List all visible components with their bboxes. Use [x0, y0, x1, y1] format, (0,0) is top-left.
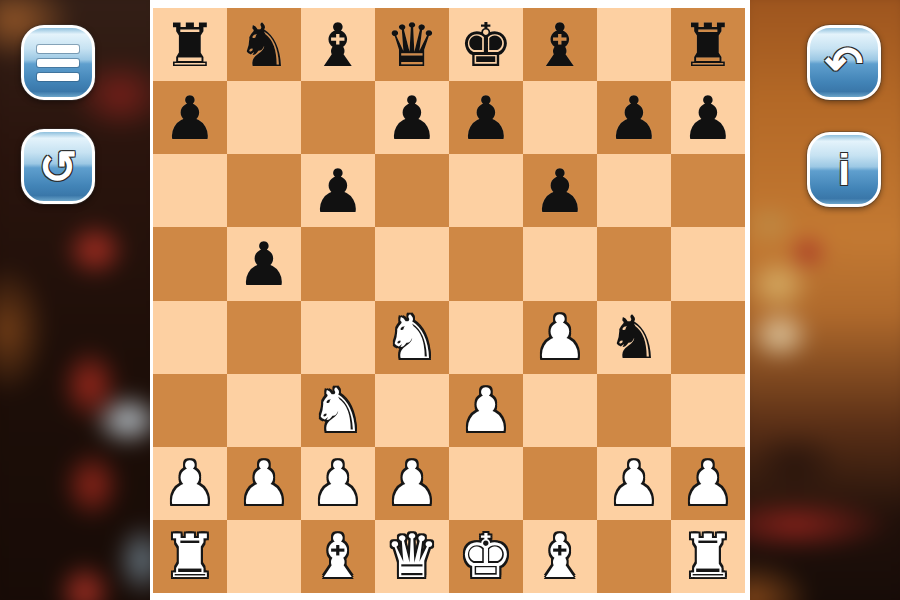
square-h3[interactable]: [671, 374, 745, 447]
piece-wp[interactable]: ♟: [533, 307, 587, 367]
square-h7[interactable]: ♟: [671, 81, 745, 154]
piece-bp[interactable]: ♟: [607, 88, 661, 148]
square-e8[interactable]: ♚: [449, 8, 523, 81]
square-d6[interactable]: [375, 154, 449, 227]
square-b8[interactable]: ♞: [227, 8, 301, 81]
piece-wq[interactable]: ♛: [385, 526, 439, 586]
square-a4[interactable]: [153, 301, 227, 374]
square-a6[interactable]: [153, 154, 227, 227]
app-window: ♜♞♝♛♚♝♜♟♟♟♟♟♟♟♟♞♟♞♞♟♟♟♟♟♟♟♜♝♛♚♝♜ ↺ ↶ i: [0, 0, 900, 600]
square-b1[interactable]: [227, 520, 301, 593]
piece-wr[interactable]: ♜: [681, 526, 735, 586]
piece-wn[interactable]: ♞: [311, 380, 365, 440]
piece-wp[interactable]: ♟: [385, 453, 439, 513]
square-f7[interactable]: [523, 81, 597, 154]
square-f2[interactable]: [523, 447, 597, 520]
square-c8[interactable]: ♝: [301, 8, 375, 81]
piece-bp[interactable]: ♟: [311, 161, 365, 221]
board-panel: ♜♞♝♛♚♝♜♟♟♟♟♟♟♟♟♞♟♞♞♟♟♟♟♟♟♟♜♝♛♚♝♜: [150, 0, 750, 600]
piece-wn[interactable]: ♞: [385, 307, 439, 367]
piece-bp[interactable]: ♟: [681, 88, 735, 148]
piece-bn[interactable]: ♞: [237, 15, 291, 75]
square-c3[interactable]: ♞: [301, 374, 375, 447]
square-e2[interactable]: [449, 447, 523, 520]
info-button[interactable]: i: [807, 132, 881, 207]
square-d2[interactable]: ♟: [375, 447, 449, 520]
square-f8[interactable]: ♝: [523, 8, 597, 81]
piece-wp[interactable]: ♟: [607, 453, 661, 513]
square-a1[interactable]: ♜: [153, 520, 227, 593]
square-f6[interactable]: ♟: [523, 154, 597, 227]
square-f1[interactable]: ♝: [523, 520, 597, 593]
chess-board: ♜♞♝♛♚♝♜♟♟♟♟♟♟♟♟♞♟♞♞♟♟♟♟♟♟♟♜♝♛♚♝♜: [153, 8, 745, 593]
square-g3[interactable]: [597, 374, 671, 447]
piece-bk[interactable]: ♚: [459, 15, 513, 75]
square-g4[interactable]: ♞: [597, 301, 671, 374]
info-icon: i: [838, 148, 850, 192]
square-d8[interactable]: ♛: [375, 8, 449, 81]
square-d3[interactable]: [375, 374, 449, 447]
square-h2[interactable]: ♟: [671, 447, 745, 520]
square-c6[interactable]: ♟: [301, 154, 375, 227]
square-c1[interactable]: ♝: [301, 520, 375, 593]
square-h5[interactable]: [671, 227, 745, 300]
square-d1[interactable]: ♛: [375, 520, 449, 593]
piece-wp[interactable]: ♟: [311, 453, 365, 513]
piece-br[interactable]: ♜: [163, 15, 217, 75]
square-a3[interactable]: [153, 374, 227, 447]
piece-wp[interactable]: ♟: [459, 380, 513, 440]
square-a2[interactable]: ♟: [153, 447, 227, 520]
square-h6[interactable]: [671, 154, 745, 227]
square-b4[interactable]: [227, 301, 301, 374]
square-g8[interactable]: [597, 8, 671, 81]
square-e1[interactable]: ♚: [449, 520, 523, 593]
piece-wp[interactable]: ♟: [681, 453, 735, 513]
square-e7[interactable]: ♟: [449, 81, 523, 154]
piece-bp[interactable]: ♟: [459, 88, 513, 148]
undo-icon: ↶: [825, 40, 864, 86]
piece-wb[interactable]: ♝: [311, 526, 365, 586]
piece-bp[interactable]: ♟: [163, 88, 217, 148]
square-g5[interactable]: [597, 227, 671, 300]
restart-icon: ↺: [39, 144, 78, 190]
square-h4[interactable]: [671, 301, 745, 374]
menu-button[interactable]: [21, 25, 95, 100]
square-d4[interactable]: ♞: [375, 301, 449, 374]
piece-wb[interactable]: ♝: [533, 526, 587, 586]
square-g7[interactable]: ♟: [597, 81, 671, 154]
hamburger-menu-icon: [37, 45, 79, 81]
square-a7[interactable]: ♟: [153, 81, 227, 154]
square-b7[interactable]: [227, 81, 301, 154]
square-d5[interactable]: [375, 227, 449, 300]
piece-bp[interactable]: ♟: [533, 161, 587, 221]
piece-bp[interactable]: ♟: [385, 88, 439, 148]
square-e6[interactable]: [449, 154, 523, 227]
piece-bn[interactable]: ♞: [607, 307, 661, 367]
square-a5[interactable]: [153, 227, 227, 300]
square-f3[interactable]: [523, 374, 597, 447]
square-c4[interactable]: [301, 301, 375, 374]
square-f4[interactable]: ♟: [523, 301, 597, 374]
square-h8[interactable]: ♜: [671, 8, 745, 81]
square-c5[interactable]: [301, 227, 375, 300]
undo-button[interactable]: ↶: [807, 25, 881, 100]
square-c2[interactable]: ♟: [301, 447, 375, 520]
piece-bq[interactable]: ♛: [385, 15, 439, 75]
piece-wp[interactable]: ♟: [237, 453, 291, 513]
restart-button[interactable]: ↺: [21, 129, 95, 204]
square-f5[interactable]: [523, 227, 597, 300]
piece-bp[interactable]: ♟: [237, 234, 291, 294]
piece-bb[interactable]: ♝: [533, 15, 587, 75]
square-b5[interactable]: ♟: [227, 227, 301, 300]
square-g1[interactable]: [597, 520, 671, 593]
piece-bb[interactable]: ♝: [311, 15, 365, 75]
square-b3[interactable]: [227, 374, 301, 447]
square-e3[interactable]: ♟: [449, 374, 523, 447]
square-e5[interactable]: [449, 227, 523, 300]
piece-br[interactable]: ♜: [681, 15, 735, 75]
piece-wk[interactable]: ♚: [459, 526, 513, 586]
square-b2[interactable]: ♟: [227, 447, 301, 520]
square-c7[interactable]: [301, 81, 375, 154]
square-h1[interactable]: ♜: [671, 520, 745, 593]
square-b6[interactable]: [227, 154, 301, 227]
square-g2[interactable]: ♟: [597, 447, 671, 520]
square-d7[interactable]: ♟: [375, 81, 449, 154]
square-g6[interactable]: [597, 154, 671, 227]
piece-wr[interactable]: ♜: [163, 526, 217, 586]
square-e4[interactable]: [449, 301, 523, 374]
square-a8[interactable]: ♜: [153, 8, 227, 81]
piece-wp[interactable]: ♟: [163, 453, 217, 513]
